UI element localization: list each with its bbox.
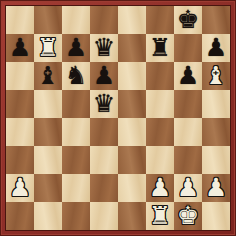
square-g1[interactable]: ♚ — [174, 202, 202, 230]
black-queen-piece: ♛ — [93, 34, 115, 62]
square-e1[interactable] — [118, 202, 146, 230]
black-pawn-piece: ♟ — [65, 34, 87, 62]
square-h3[interactable] — [202, 146, 230, 174]
square-a7[interactable]: ♟ — [6, 34, 34, 62]
square-a3[interactable] — [6, 146, 34, 174]
square-b6[interactable]: ♝ — [34, 62, 62, 90]
square-c7[interactable]: ♟ — [62, 34, 90, 62]
square-g2[interactable]: ♟ — [174, 174, 202, 202]
square-a8[interactable] — [6, 6, 34, 34]
square-e4[interactable] — [118, 118, 146, 146]
black-pawn-piece: ♟ — [9, 34, 31, 62]
square-a5[interactable] — [6, 90, 34, 118]
square-d1[interactable] — [90, 202, 118, 230]
square-e7[interactable] — [118, 34, 146, 62]
square-c5[interactable] — [62, 90, 90, 118]
square-g5[interactable] — [174, 90, 202, 118]
black-queen-piece: ♛ — [93, 90, 115, 118]
black-pawn-piece: ♟ — [93, 62, 115, 90]
square-c6[interactable]: ♞ — [62, 62, 90, 90]
square-f1[interactable]: ♜ — [146, 202, 174, 230]
black-bishop-piece: ♝ — [37, 62, 59, 90]
black-pawn-piece: ♟ — [177, 62, 199, 90]
square-b7[interactable]: ♜ — [34, 34, 62, 62]
square-b2[interactable] — [34, 174, 62, 202]
square-d6[interactable]: ♟ — [90, 62, 118, 90]
square-f3[interactable] — [146, 146, 174, 174]
chess-board-frame: ♚♟♜♟♛♜♟♝♞♟♟♝♛♟♟♟♟♜♚ — [0, 0, 236, 236]
square-a6[interactable] — [6, 62, 34, 90]
square-f4[interactable] — [146, 118, 174, 146]
square-a1[interactable] — [6, 202, 34, 230]
white-bishop-piece: ♝ — [205, 62, 227, 90]
square-b3[interactable] — [34, 146, 62, 174]
square-g6[interactable]: ♟ — [174, 62, 202, 90]
square-h7[interactable]: ♟ — [202, 34, 230, 62]
square-d3[interactable] — [90, 146, 118, 174]
black-king-piece: ♚ — [177, 6, 199, 34]
square-b8[interactable] — [34, 6, 62, 34]
square-f6[interactable] — [146, 62, 174, 90]
black-knight-piece: ♞ — [65, 62, 87, 90]
square-e6[interactable] — [118, 62, 146, 90]
square-b1[interactable] — [34, 202, 62, 230]
square-h5[interactable] — [202, 90, 230, 118]
square-f7[interactable]: ♜ — [146, 34, 174, 62]
chess-board: ♚♟♜♟♛♜♟♝♞♟♟♝♛♟♟♟♟♜♚ — [6, 6, 230, 230]
square-d8[interactable] — [90, 6, 118, 34]
white-pawn-piece: ♟ — [205, 174, 227, 202]
square-a2[interactable]: ♟ — [6, 174, 34, 202]
square-e8[interactable] — [118, 6, 146, 34]
square-g7[interactable] — [174, 34, 202, 62]
square-g4[interactable] — [174, 118, 202, 146]
black-rook-piece: ♜ — [149, 34, 171, 62]
white-pawn-piece: ♟ — [177, 174, 199, 202]
square-h6[interactable]: ♝ — [202, 62, 230, 90]
white-rook-piece: ♜ — [149, 202, 171, 230]
white-pawn-piece: ♟ — [9, 174, 31, 202]
square-b5[interactable] — [34, 90, 62, 118]
square-h4[interactable] — [202, 118, 230, 146]
square-e3[interactable] — [118, 146, 146, 174]
square-c4[interactable] — [62, 118, 90, 146]
square-f5[interactable] — [146, 90, 174, 118]
square-e5[interactable] — [118, 90, 146, 118]
square-d2[interactable] — [90, 174, 118, 202]
square-g8[interactable]: ♚ — [174, 6, 202, 34]
white-rook-piece: ♜ — [37, 34, 59, 62]
white-king-piece: ♚ — [177, 202, 199, 230]
square-d5[interactable]: ♛ — [90, 90, 118, 118]
square-g3[interactable] — [174, 146, 202, 174]
square-c8[interactable] — [62, 6, 90, 34]
square-e2[interactable] — [118, 174, 146, 202]
square-a4[interactable] — [6, 118, 34, 146]
square-h8[interactable] — [202, 6, 230, 34]
square-c2[interactable] — [62, 174, 90, 202]
square-d4[interactable] — [90, 118, 118, 146]
square-d7[interactable]: ♛ — [90, 34, 118, 62]
black-pawn-piece: ♟ — [205, 34, 227, 62]
square-c3[interactable] — [62, 146, 90, 174]
square-c1[interactable] — [62, 202, 90, 230]
square-f8[interactable] — [146, 6, 174, 34]
square-h1[interactable] — [202, 202, 230, 230]
white-pawn-piece: ♟ — [149, 174, 171, 202]
square-b4[interactable] — [34, 118, 62, 146]
square-h2[interactable]: ♟ — [202, 174, 230, 202]
square-f2[interactable]: ♟ — [146, 174, 174, 202]
